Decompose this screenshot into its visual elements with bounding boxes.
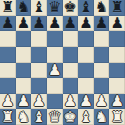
- piece-white-queen[interactable]: ♛: [48, 110, 61, 125]
- piece-white-pawn[interactable]: ♟: [17, 94, 30, 109]
- square-a1[interactable]: ♜: [0, 109, 16, 125]
- square-g5[interactable]: [94, 47, 110, 63]
- square-g7[interactable]: ♟: [94, 16, 110, 32]
- square-a7[interactable]: ♟: [0, 16, 16, 32]
- square-c1[interactable]: ♝: [31, 109, 47, 125]
- square-c5[interactable]: [31, 47, 47, 63]
- piece-black-pawn[interactable]: ♟: [48, 16, 61, 31]
- square-e4[interactable]: [63, 63, 79, 79]
- piece-white-pawn[interactable]: ♟: [64, 94, 77, 109]
- square-c6[interactable]: [31, 31, 47, 47]
- piece-white-bishop[interactable]: ♝: [79, 110, 92, 125]
- piece-white-rook[interactable]: ♜: [1, 110, 14, 125]
- square-h7[interactable]: ♟: [109, 16, 125, 32]
- square-a4[interactable]: [0, 63, 16, 79]
- square-d1[interactable]: ♛: [47, 109, 63, 125]
- piece-white-bishop[interactable]: ♝: [32, 110, 45, 125]
- piece-white-pawn[interactable]: ♟: [79, 94, 92, 109]
- square-d4[interactable]: ♟: [47, 63, 63, 79]
- square-b7[interactable]: ♟: [16, 16, 32, 32]
- square-f7[interactable]: ♟: [78, 16, 94, 32]
- square-b6[interactable]: [16, 31, 32, 47]
- piece-black-pawn[interactable]: ♟: [79, 16, 92, 31]
- piece-white-knight[interactable]: ♞: [17, 110, 30, 125]
- chess-board: ♜♞♝♛♚♝♞♜♟♟♟♟♟♟♟♟♟♟♟♟♟♟♟♟♜♞♝♛♚♝♞♜: [0, 0, 125, 125]
- piece-black-pawn[interactable]: ♟: [64, 16, 77, 31]
- square-b5[interactable]: [16, 47, 32, 63]
- square-g4[interactable]: [94, 63, 110, 79]
- piece-white-pawn[interactable]: ♟: [32, 94, 45, 109]
- piece-white-rook[interactable]: ♜: [110, 110, 123, 125]
- piece-white-pawn[interactable]: ♟: [95, 94, 108, 109]
- square-c7[interactable]: ♟: [31, 16, 47, 32]
- square-d7[interactable]: ♟: [47, 16, 63, 32]
- square-h6[interactable]: [109, 31, 125, 47]
- square-d6[interactable]: [47, 31, 63, 47]
- square-h1[interactable]: ♜: [109, 109, 125, 125]
- square-a5[interactable]: [0, 47, 16, 63]
- piece-black-pawn[interactable]: ♟: [17, 16, 30, 31]
- square-h5[interactable]: [109, 47, 125, 63]
- square-a6[interactable]: [0, 31, 16, 47]
- piece-black-pawn[interactable]: ♟: [95, 16, 108, 31]
- square-e6[interactable]: [63, 31, 79, 47]
- square-g1[interactable]: ♞: [94, 109, 110, 125]
- square-f6[interactable]: [78, 31, 94, 47]
- square-b4[interactable]: [16, 63, 32, 79]
- square-f5[interactable]: [78, 47, 94, 63]
- square-h4[interactable]: [109, 63, 125, 79]
- square-e1[interactable]: ♚: [63, 109, 79, 125]
- square-e7[interactable]: ♟: [63, 16, 79, 32]
- piece-white-knight[interactable]: ♞: [95, 110, 108, 125]
- square-c4[interactable]: [31, 63, 47, 79]
- square-f1[interactable]: ♝: [78, 109, 94, 125]
- square-g6[interactable]: [94, 31, 110, 47]
- square-e5[interactable]: [63, 47, 79, 63]
- piece-white-king[interactable]: ♚: [64, 110, 77, 125]
- square-b1[interactable]: ♞: [16, 109, 32, 125]
- piece-black-pawn[interactable]: ♟: [1, 16, 14, 31]
- piece-white-pawn[interactable]: ♟: [1, 94, 14, 109]
- square-d3[interactable]: [47, 78, 63, 94]
- piece-black-pawn[interactable]: ♟: [110, 16, 123, 31]
- square-f4[interactable]: [78, 63, 94, 79]
- piece-white-pawn[interactable]: ♟: [110, 94, 123, 109]
- piece-white-pawn[interactable]: ♟: [48, 63, 61, 78]
- piece-black-pawn[interactable]: ♟: [32, 16, 45, 31]
